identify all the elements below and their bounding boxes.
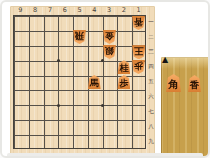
tsume-shogi-diagram: 9 8 7 6 5 4 3 2 1 一 二 三 四 五 六 七 八 九 香 飛 … — [0, 0, 210, 158]
file-coordinates: 9 8 7 6 5 4 3 2 1 — [13, 6, 146, 15]
file-label: 1 — [131, 7, 146, 14]
file-label: 5 — [72, 7, 87, 14]
rank-label: 一 — [147, 15, 155, 30]
komadai-top-edge — [161, 57, 209, 69]
rank-label: 二 — [147, 30, 155, 45]
star-point — [57, 104, 60, 107]
file-label: 7 — [43, 7, 58, 14]
rank-label: 五 — [147, 75, 155, 90]
cropped-bottom-panel — [7, 153, 203, 156]
file-label: 8 — [28, 7, 43, 14]
rank-label: 四 — [147, 60, 155, 75]
rank-label: 九 — [147, 134, 155, 149]
rank-label: 六 — [147, 89, 155, 104]
file-label: 9 — [13, 7, 28, 14]
star-point — [101, 104, 104, 107]
sente-triangle-icon: ▲ — [162, 56, 168, 64]
file-label: 4 — [87, 7, 102, 14]
file-label: 2 — [116, 7, 131, 14]
piece-1-1-gote-lance[interactable]: 香 — [132, 16, 145, 30]
rank-label: 七 — [147, 104, 155, 119]
rank-label: 三 — [147, 45, 155, 60]
star-point — [101, 59, 104, 62]
file-label: 6 — [57, 7, 72, 14]
file-label: 3 — [102, 7, 117, 14]
komadai-sente-hand — [161, 57, 209, 157]
star-point — [57, 59, 60, 62]
rank-label: 八 — [147, 119, 155, 134]
rank-coordinates: 一 二 三 四 五 六 七 八 九 — [147, 15, 155, 149]
